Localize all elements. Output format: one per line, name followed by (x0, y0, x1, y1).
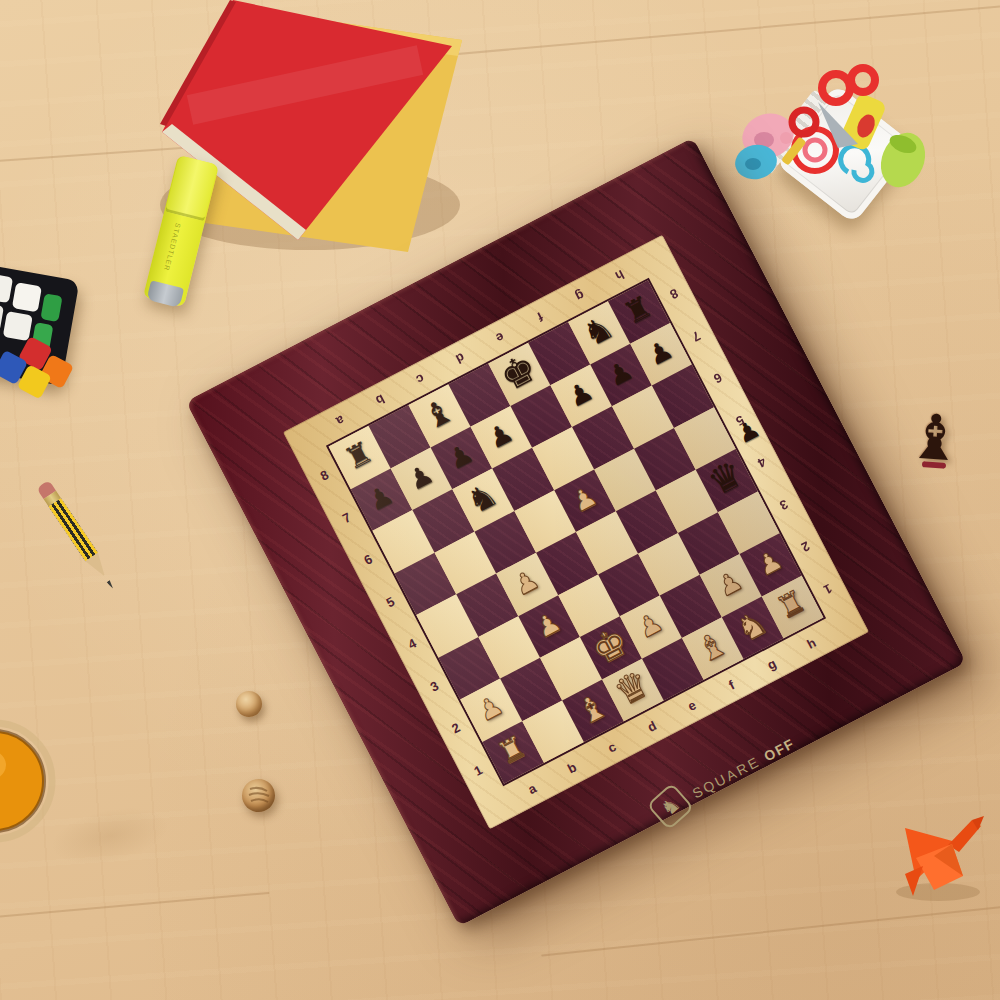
pencil (36, 480, 114, 586)
piece-white-pawn-a2[interactable]: ♟ (473, 691, 507, 726)
piece-black-queen-h4[interactable]: ♛ (702, 455, 749, 503)
logo-off-text: OFF (761, 735, 797, 764)
photo-scene: { "game": "chess", "scene": "Overhead ph… (0, 0, 1000, 1000)
piece-black-knight-c6[interactable]: ♞ (462, 477, 503, 520)
blue-ribbon-spiral (841, 146, 872, 181)
chessboard: ♞ SQUARE OFF ♟ 8877665544332211aabbccdde… (329, 280, 824, 783)
piece-black-bishop-c8[interactable]: ♝ (418, 392, 459, 435)
piece-black-pawn-g7[interactable]: ♟ (603, 355, 637, 390)
orange-juice-glass (0, 715, 70, 855)
red-scissors-handle (822, 74, 850, 102)
square-off-logo: ♞ SQUARE OFF (647, 727, 801, 829)
piece-black-rook-h8[interactable]: ♜ (619, 291, 657, 330)
red-scissors-handle (851, 68, 875, 92)
pencil-shaft (49, 498, 98, 561)
piece-white-pawn-e5[interactable]: ♟ (567, 481, 601, 516)
piece-black-pawn-h7[interactable]: ♟ (643, 335, 677, 370)
piece-white-pawn-c4[interactable]: ♟ (509, 565, 543, 600)
knight-logo-icon: ♞ (646, 782, 694, 830)
piece-white-bishop-c1[interactable]: ♝ (571, 687, 612, 730)
table-plank-seam (0, 892, 270, 920)
pencil-lead (106, 580, 114, 590)
piece-white-pawn-h2[interactable]: ♟ (753, 545, 787, 580)
piece-white-bishop-f1[interactable]: ♝ (691, 625, 732, 668)
rubiks-cube (0, 264, 107, 400)
captured-white-pawn-on-table[interactable] (236, 691, 262, 717)
logo-square-text: SQUARE (690, 753, 763, 801)
piece-white-pawn-g2[interactable]: ♟ (713, 566, 747, 601)
piece-black-pawn-d7[interactable]: ♟ (483, 418, 517, 453)
table-plank-seam (541, 905, 1000, 956)
piece-white-pawn-c3[interactable]: ♟ (531, 607, 565, 642)
caddy-contents (720, 40, 950, 230)
piece-black-pawn-c7[interactable]: ♟ (443, 438, 477, 473)
piece-white-pawn-e2[interactable]: ♟ (633, 608, 667, 643)
piece-black-rook-a8[interactable]: ♜ (340, 436, 378, 475)
piece-black-knight-g8[interactable]: ♞ (577, 309, 618, 352)
piece-white-rook-a1[interactable]: ♜ (493, 731, 531, 770)
highlighter-brand-text: STAEDTLER (163, 222, 182, 272)
origami-crane (880, 800, 1000, 910)
captured-white-knight-grooves (242, 779, 275, 812)
highlighter-end-cap (146, 280, 184, 308)
piece-black-pawn-b7[interactable]: ♟ (403, 459, 437, 494)
piece-white-knight-g1[interactable]: ♞ (731, 604, 772, 647)
piece-white-rook-h1[interactable]: ♜ (773, 585, 811, 624)
piece-black-pawn-f7[interactable]: ♟ (563, 376, 597, 411)
piece-black-pawn-a7[interactable]: ♟ (364, 480, 398, 515)
